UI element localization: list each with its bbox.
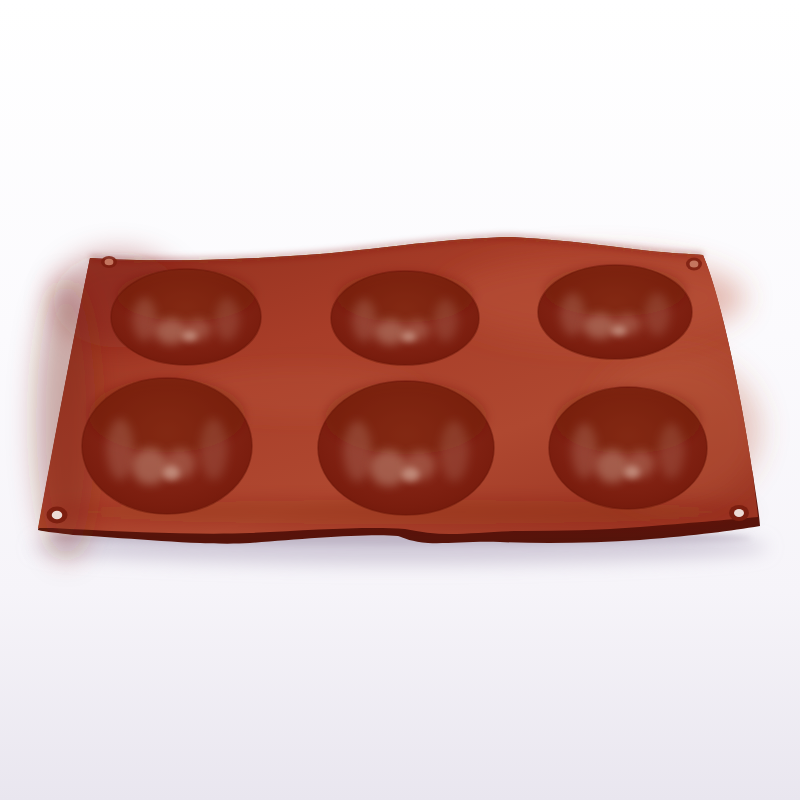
cavity-reflection xyxy=(155,318,187,344)
corner-through-hole xyxy=(734,509,744,517)
cavity-reflection xyxy=(375,319,406,344)
cavity-wall-highlight xyxy=(440,421,468,481)
cavity-glint xyxy=(163,466,180,481)
cavity-wall-highlight xyxy=(560,293,585,335)
cavity-wall-highlight xyxy=(352,299,376,341)
cavity-glint xyxy=(402,467,420,482)
cavity-wall-highlight xyxy=(344,421,372,481)
cavity-glint xyxy=(611,326,626,336)
cavity-reflection xyxy=(596,450,629,483)
silicone-mold-illustration xyxy=(0,0,800,800)
photo-stage xyxy=(0,0,800,800)
cavity-reflection xyxy=(132,448,168,485)
cavity-glint xyxy=(401,332,416,342)
cavity-wall-highlight xyxy=(434,299,458,341)
cavity-wall-highlight xyxy=(107,419,134,480)
cavity-reflection xyxy=(370,450,407,486)
cavity-glint xyxy=(182,331,197,342)
cavity-grid xyxy=(82,265,707,515)
cavity-wall-highlight xyxy=(659,424,684,479)
cavity-wall-highlight xyxy=(572,424,597,479)
cavity-wall-highlight xyxy=(645,293,670,335)
cavity-glint xyxy=(624,466,640,479)
corner-dimple-center xyxy=(105,259,114,266)
product-photo xyxy=(0,0,800,800)
cavity-wall-highlight xyxy=(200,419,227,480)
cavity-wall-highlight xyxy=(133,298,157,341)
corner-through-hole xyxy=(52,511,63,520)
cavity-wall-highlight xyxy=(215,298,239,341)
corner-dimple-center xyxy=(690,260,699,267)
cavity-reflection xyxy=(583,313,615,338)
